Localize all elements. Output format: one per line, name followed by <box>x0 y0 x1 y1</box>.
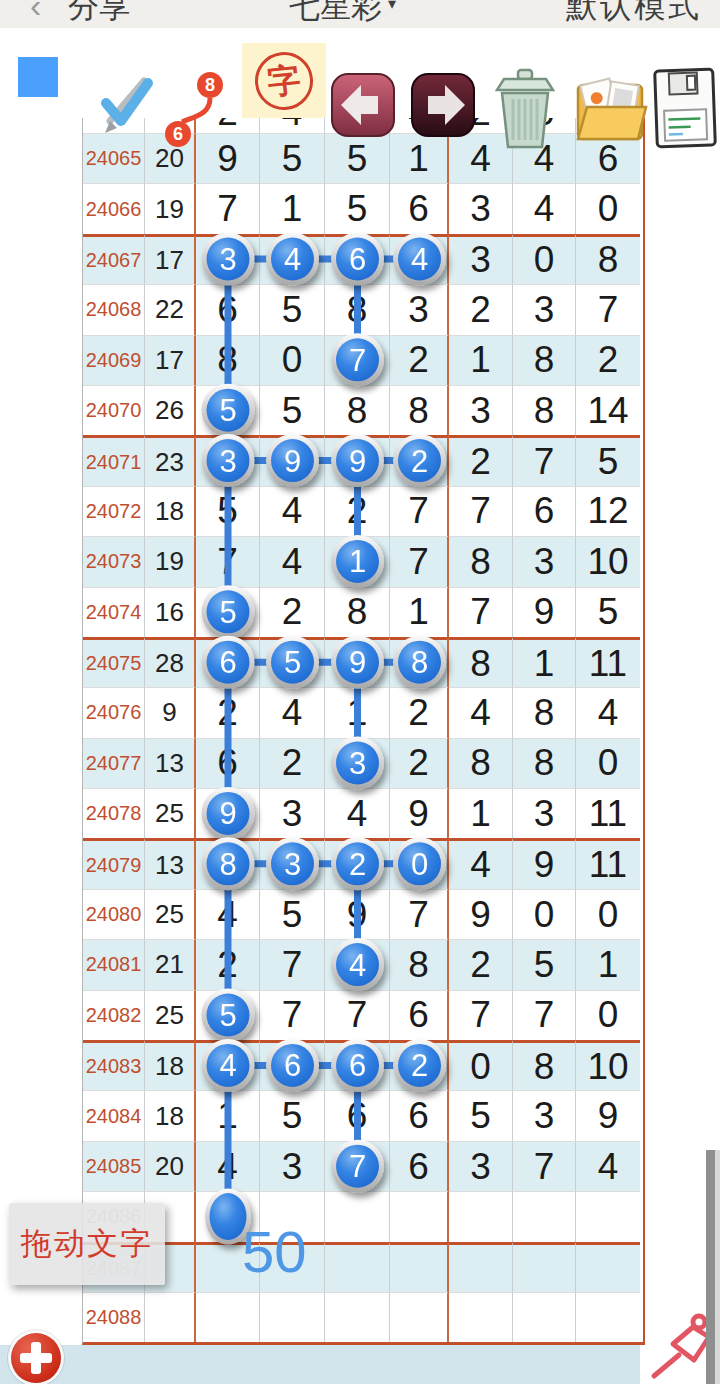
digit-cell: 8 <box>325 284 390 334</box>
stamp-circle: 字 <box>252 49 316 113</box>
digit-cell: 8 <box>576 234 640 284</box>
digit-cell: 2 <box>449 939 513 989</box>
digit-cell: 5 <box>260 284 325 334</box>
digit-cell: 10 <box>576 536 640 586</box>
add-button[interactable] <box>11 1333 61 1383</box>
draw-label: 24080 <box>83 889 145 939</box>
digit-cell: 5 <box>325 133 390 183</box>
digit-cell: 8 <box>513 385 576 435</box>
share-button[interactable]: 分享 <box>68 0 130 28</box>
digit-cell: 5 <box>260 385 325 435</box>
digit-cell <box>390 1242 449 1292</box>
digit-cell <box>390 1292 449 1342</box>
digit-cell: 8 <box>196 335 260 385</box>
digit-cell: 0 <box>260 335 325 385</box>
digit-cell: 2 <box>449 284 513 334</box>
digit-cell: 1 <box>390 587 449 637</box>
digit-cell: 6 <box>325 1090 390 1140</box>
digit-cell: 7 <box>325 990 390 1040</box>
digit-cell <box>260 1292 325 1342</box>
draw-label: 24066 <box>83 183 145 233</box>
sum-cell: 25 <box>145 990 196 1040</box>
digit-cell: 8 <box>390 637 449 687</box>
sum-cell <box>145 1292 196 1342</box>
digit-cell: 8 <box>196 838 260 888</box>
digit-cell: 7 <box>449 990 513 1040</box>
draw-label: 24072 <box>83 486 145 536</box>
digit-cell: 4 <box>196 1040 260 1090</box>
sum-cell: 13 <box>145 838 196 888</box>
draw-label: 24081 <box>83 939 145 989</box>
bottom-strip <box>0 1345 640 1384</box>
draw-check-pen-icon[interactable] <box>96 73 156 139</box>
digit-cell: 4 <box>513 183 576 233</box>
sum-cell: 22 <box>145 284 196 334</box>
digit-cell: 5 <box>325 183 390 233</box>
draw-label: 24073 <box>83 536 145 586</box>
digit-cell: 4 <box>390 234 449 284</box>
digit-cell: 8 <box>390 939 449 989</box>
digit-cell: 7 <box>390 889 449 939</box>
digit-cell <box>449 1242 513 1292</box>
draw-label: 24085 <box>83 1141 145 1191</box>
digit-cell: 9 <box>513 838 576 888</box>
digit-cell: 10 <box>576 1040 640 1090</box>
digit-cell: 0 <box>449 1040 513 1090</box>
sum-cell: 17 <box>145 335 196 385</box>
digit-cell: 1 <box>513 637 576 687</box>
digit-cell: 9 <box>325 435 390 485</box>
digit-cell: 4 <box>260 486 325 536</box>
digit-cell: 5 <box>576 435 640 485</box>
digit-cell: 0 <box>390 838 449 888</box>
digit-cell: 2 <box>449 435 513 485</box>
gallery-button[interactable] <box>572 73 650 143</box>
digit-cell: 9 <box>260 435 325 485</box>
digit-cell: 7 <box>325 335 390 385</box>
digit-cell: 7 <box>196 183 260 233</box>
digit-cell: 0 <box>576 990 640 1040</box>
page-title: 七星彩 <box>289 0 382 28</box>
digit-cell: 7 <box>513 1141 576 1191</box>
drag-text-label: 拖动文字 <box>21 1223 153 1265</box>
digit-cell: 5 <box>260 637 325 687</box>
digit-cell: 7 <box>260 990 325 1040</box>
color-swatch-button[interactable] <box>18 57 58 97</box>
digit-cell: 1 <box>390 133 449 183</box>
digit-cell: 8 <box>449 738 513 788</box>
digit-cell: 6 <box>196 637 260 687</box>
digit-cell: 6 <box>513 486 576 536</box>
draw-label: 24065 <box>83 133 145 183</box>
svg-text:6: 6 <box>173 124 183 144</box>
digit-cell: 3 <box>196 435 260 485</box>
digit-cell: 6 <box>196 738 260 788</box>
partial-digit-cell: 4 <box>260 118 325 133</box>
digit-cell: 6 <box>390 1090 449 1140</box>
sum-cell: 13 <box>145 738 196 788</box>
digit-cell: 5 <box>576 587 640 637</box>
digit-cell: 6 <box>325 234 390 284</box>
draw-label: 24071 <box>83 435 145 485</box>
digit-cell: 3 <box>390 284 449 334</box>
sum-cell: 26 <box>145 385 196 435</box>
digit-cell: 3 <box>449 1141 513 1191</box>
digit-cell: 1 <box>196 1090 260 1140</box>
digit-cell: 1 <box>260 183 325 233</box>
digit-cell: 4 <box>325 939 390 989</box>
digit-cell: 3 <box>513 536 576 586</box>
digit-cell <box>325 1242 390 1292</box>
digit-cell: 5 <box>196 385 260 435</box>
digit-cell: 4 <box>260 687 325 737</box>
digit-cell: 0 <box>576 889 640 939</box>
digit-cell: 4 <box>449 838 513 888</box>
sum-cell: 25 <box>145 889 196 939</box>
digit-cell: 6 <box>325 1040 390 1090</box>
digit-cell <box>513 1191 576 1241</box>
digit-cell: 0 <box>576 738 640 788</box>
digit-cell: 7 <box>449 587 513 637</box>
line-tool-icon[interactable]: 8 6 <box>164 70 226 150</box>
redo-button[interactable] <box>410 72 476 138</box>
digit-cell <box>576 1191 640 1241</box>
digit-cell: 7 <box>390 486 449 536</box>
sum-cell: 18 <box>145 486 196 536</box>
draw-label: 24068 <box>83 284 145 334</box>
digit-cell: 4 <box>260 536 325 586</box>
digit-cell: 8 <box>325 385 390 435</box>
sum-cell: 25 <box>145 788 196 838</box>
draw-label: 24075 <box>83 637 145 687</box>
trash-button[interactable] <box>488 68 562 150</box>
sum-cell: 19 <box>145 536 196 586</box>
digit-cell: 3 <box>513 1090 576 1140</box>
digit-cell: 2 <box>325 838 390 888</box>
digit-cell: 6 <box>390 990 449 1040</box>
digit-cell: 9 <box>325 637 390 687</box>
annotation-toolbar: 8 6 字 <box>0 28 720 118</box>
digit-cell: 3 <box>449 234 513 284</box>
digit-cell: 11 <box>576 637 640 687</box>
digit-cell: 9 <box>576 1090 640 1140</box>
digit-cell: 3 <box>449 183 513 233</box>
sum-cell: 18 <box>145 1040 196 1090</box>
digit-cell: 5 <box>196 990 260 1040</box>
digit-cell: 1 <box>449 788 513 838</box>
digit-cell: 7 <box>576 284 640 334</box>
digit-cell: 2 <box>196 939 260 989</box>
sum-cell: 21 <box>145 939 196 989</box>
draw-label: 24082 <box>83 990 145 1040</box>
digit-cell: 6 <box>196 284 260 334</box>
sum-cell: 23 <box>145 435 196 485</box>
digit-cell: 9 <box>390 788 449 838</box>
digit-cell: 5 <box>260 889 325 939</box>
digit-cell <box>196 1292 260 1342</box>
digit-cell: 8 <box>513 687 576 737</box>
scrollbar-track <box>715 1150 720 1384</box>
draw-label: 24069 <box>83 335 145 385</box>
digit-cell <box>449 1191 513 1241</box>
annotation-50[interactable]: 50 <box>242 1218 307 1285</box>
draw-label: 24078 <box>83 788 145 838</box>
digit-cell: 2 <box>196 687 260 737</box>
digit-cell: 4 <box>260 234 325 284</box>
digit-cell: 4 <box>325 788 390 838</box>
draw-label: 24083 <box>83 1040 145 1090</box>
digit-cell: 3 <box>260 1141 325 1191</box>
sum-cell: 9 <box>145 687 196 737</box>
digit-cell: 14 <box>576 385 640 435</box>
digit-cell: 6 <box>390 183 449 233</box>
digit-cell: 4 <box>576 687 640 737</box>
sum-cell: 20 <box>145 1141 196 1191</box>
sum-cell: 18 <box>145 1090 196 1140</box>
digit-cell: 4 <box>576 1141 640 1191</box>
digit-cell: 5 <box>260 1090 325 1140</box>
digit-cell: 8 <box>449 536 513 586</box>
digit-cell: 5 <box>260 133 325 183</box>
digit-cell: 3 <box>196 234 260 284</box>
trend-chart-table[interactable]: 2434251324065209551446240661971563402406… <box>82 118 645 1345</box>
digit-cell: 2 <box>576 335 640 385</box>
digit-cell: 3 <box>513 788 576 838</box>
digit-cell: 2 <box>390 335 449 385</box>
digit-cell: 1 <box>325 536 390 586</box>
digit-cell: 0 <box>576 183 640 233</box>
digit-cell: 3 <box>260 838 325 888</box>
digit-cell: 7 <box>513 990 576 1040</box>
scrollbar[interactable] <box>706 1150 720 1384</box>
digit-cell: 3 <box>260 788 325 838</box>
digit-cell: 9 <box>196 788 260 838</box>
digit-cell: 12 <box>576 486 640 536</box>
sum-cell: 16 <box>145 587 196 637</box>
draw-label: 24076 <box>83 687 145 737</box>
digit-cell: 8 <box>325 587 390 637</box>
app-screen: ‹ 分享 七星彩 ▾ 默认模式 8 6 字 <box>0 0 720 1384</box>
draw-label: 24079 <box>83 838 145 888</box>
draw-label: 24077 <box>83 738 145 788</box>
draw-label: 24088 <box>83 1292 145 1342</box>
digit-cell: 4 <box>196 889 260 939</box>
digit-cell: 6 <box>390 1141 449 1191</box>
digit-cell: 4 <box>196 1141 260 1191</box>
digit-cell <box>576 1242 640 1292</box>
digit-cell: 11 <box>576 788 640 838</box>
digit-cell: 0 <box>513 889 576 939</box>
digit-cell: 8 <box>513 335 576 385</box>
digit-cell: 3 <box>513 284 576 334</box>
digit-cell: 8 <box>390 385 449 435</box>
digit-cell: 2 <box>390 1040 449 1090</box>
digit-cell: 5 <box>449 1090 513 1140</box>
digit-cell: 2 <box>325 486 390 536</box>
digit-cell: 11 <box>576 838 640 888</box>
top-bar: ‹ 分享 七星彩 ▾ 默认模式 <box>0 0 720 28</box>
digit-cell: 0 <box>513 234 576 284</box>
digit-cell: 6 <box>260 1040 325 1090</box>
digit-cell: 1 <box>449 335 513 385</box>
save-button[interactable] <box>652 66 718 150</box>
digit-cell: 1 <box>576 939 640 989</box>
draw-label: 24070 <box>83 385 145 435</box>
digit-cell: 9 <box>325 889 390 939</box>
digit-cell: 8 <box>449 637 513 687</box>
draw-label: 24074 <box>83 587 145 637</box>
digit-cell: 3 <box>449 385 513 435</box>
digit-cell: 7 <box>449 486 513 536</box>
digit-cell: 7 <box>390 536 449 586</box>
sum-cell: 28 <box>145 637 196 687</box>
digit-cell: 4 <box>449 687 513 737</box>
mode-switch-button[interactable]: 默认模式 <box>566 0 702 28</box>
back-chevron-icon[interactable]: ‹ <box>30 0 41 25</box>
digit-cell <box>449 1292 513 1342</box>
text-stamp-button[interactable]: 字 <box>242 43 326 118</box>
digit-cell: 7 <box>325 1141 390 1191</box>
digit-cell: 9 <box>513 587 576 637</box>
drag-text-box[interactable]: 拖动文字 <box>9 1203 165 1285</box>
digit-cell: 2 <box>390 435 449 485</box>
digit-cell <box>576 1292 640 1342</box>
svg-text:8: 8 <box>205 75 215 95</box>
digit-cell <box>513 1242 576 1292</box>
draw-label: 24084 <box>83 1090 145 1140</box>
sum-cell: 17 <box>145 234 196 284</box>
sum-cell: 19 <box>145 183 196 233</box>
digit-cell: 3 <box>325 738 390 788</box>
digit-cell: 5 <box>196 587 260 637</box>
digit-cell <box>325 1292 390 1342</box>
digit-cell: 7 <box>513 435 576 485</box>
scrollbar-thumb[interactable] <box>706 1150 715 1384</box>
digit-cell: 8 <box>513 738 576 788</box>
digit-cell <box>325 1191 390 1241</box>
digit-cell: 1 <box>325 687 390 737</box>
draw-label: 24067 <box>83 234 145 284</box>
undo-button[interactable] <box>330 72 396 138</box>
digit-cell: 5 <box>513 939 576 989</box>
digit-cell: 2 <box>390 738 449 788</box>
digit-cell: 2 <box>390 687 449 737</box>
digit-cell: 7 <box>196 536 260 586</box>
digit-cell: 5 <box>196 486 260 536</box>
title-caret-icon: ▾ <box>388 0 396 13</box>
digit-cell <box>513 1292 576 1342</box>
digit-cell: 7 <box>260 939 325 989</box>
digit-cell: 9 <box>449 889 513 939</box>
digit-cell: 8 <box>513 1040 576 1090</box>
digit-cell: 2 <box>260 738 325 788</box>
digit-cell: 2 <box>260 587 325 637</box>
digit-cell <box>390 1191 449 1241</box>
stamp-glyph: 字 <box>265 56 303 104</box>
